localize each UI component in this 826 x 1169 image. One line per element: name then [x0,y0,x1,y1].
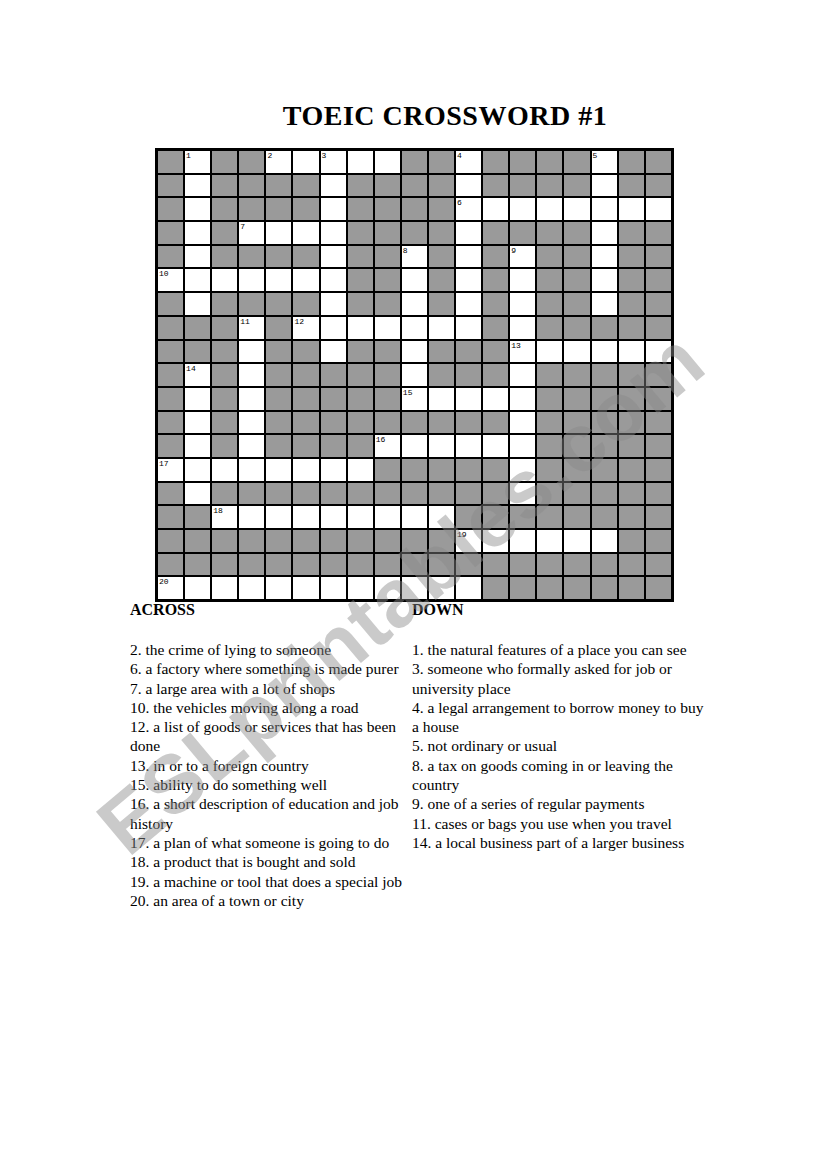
letter-cell[interactable] [564,341,589,363]
block-cell [158,506,183,528]
block-cell [592,388,617,410]
block-cell [348,530,373,552]
across-clues-section: ACROSS 2. the crime of lying to someone6… [130,601,420,910]
block-cell [158,483,183,505]
letter-cell[interactable] [185,459,210,481]
block-cell [429,530,454,552]
block-cell [429,151,454,173]
letter-cell[interactable] [348,506,373,528]
crossword-board: 1234567891011121314151617181920 [155,148,674,602]
block-cell [321,364,346,386]
block-cell [564,506,589,528]
block-cell [564,577,589,599]
letter-cell[interactable] [375,506,400,528]
letter-cell[interactable] [456,269,481,291]
block-cell [483,246,508,268]
block-cell [375,175,400,197]
letter-cell[interactable] [321,317,346,339]
letter-cell[interactable] [402,293,427,315]
block-cell [375,554,400,576]
block-cell [158,246,183,268]
letter-cell[interactable] [348,317,373,339]
letter-cell[interactable] [266,269,291,291]
letter-cell[interactable] [483,198,508,220]
letter-cell[interactable] [185,483,210,505]
letter-cell[interactable] [429,388,454,410]
letter-cell[interactable] [185,293,210,315]
block-cell [239,554,264,576]
letter-cell[interactable] [239,341,264,363]
letter-cell[interactable] [321,269,346,291]
block-cell [158,175,183,197]
block-cell [239,198,264,220]
block-cell [429,246,454,268]
letter-cell[interactable]: 2 [266,151,291,173]
across-header: ACROSS [130,601,420,619]
letter-cell[interactable] [456,222,481,244]
block-cell [239,530,264,552]
letter-cell[interactable] [185,175,210,197]
block-cell [402,175,427,197]
block-cell [266,341,291,363]
letter-cell[interactable]: 18 [212,506,237,528]
letter-cell[interactable] [592,246,617,268]
block-cell [619,435,644,457]
block-cell [619,317,644,339]
block-cell [212,530,237,552]
block-cell [564,246,589,268]
letter-cell[interactable] [185,269,210,291]
block-cell [483,341,508,363]
letter-cell[interactable] [510,483,535,505]
block-cell [592,317,617,339]
block-cell [619,506,644,528]
block-cell [592,412,617,434]
block-cell [321,412,346,434]
letter-cell[interactable] [619,341,644,363]
letter-cell[interactable] [266,459,291,481]
letter-cell[interactable] [348,577,373,599]
block-cell [239,151,264,173]
letter-cell[interactable] [592,198,617,220]
block-cell [239,293,264,315]
block-cell [483,412,508,434]
letter-cell[interactable] [185,198,210,220]
block-cell [483,151,508,173]
block-cell [375,293,400,315]
block-cell [158,293,183,315]
letter-cell[interactable] [239,412,264,434]
letter-cell[interactable] [646,341,671,363]
block-cell [293,175,318,197]
block-cell [158,554,183,576]
letter-cell[interactable] [375,317,400,339]
letter-cell[interactable] [592,222,617,244]
block-cell [348,412,373,434]
letter-cell[interactable] [483,388,508,410]
block-cell [212,175,237,197]
block-cell [212,412,237,434]
block-cell [564,364,589,386]
block-cell [321,435,346,457]
letter-cell[interactable] [456,577,481,599]
block-cell [348,246,373,268]
block-cell [375,364,400,386]
clue-item: 13. in or to a foreign country [130,756,420,775]
block-cell [564,554,589,576]
block-cell [375,530,400,552]
block-cell [158,388,183,410]
letter-cell[interactable] [592,530,617,552]
block-cell [537,483,562,505]
letter-cell[interactable] [239,364,264,386]
block-cell [185,341,210,363]
block-cell [483,459,508,481]
block-cell [483,506,508,528]
letter-cell[interactable] [456,246,481,268]
letter-cell[interactable] [293,577,318,599]
letter-cell[interactable] [185,222,210,244]
block-cell [348,269,373,291]
block-cell [537,388,562,410]
block-cell [592,435,617,457]
block-cell [266,293,291,315]
block-cell [212,293,237,315]
letter-cell[interactable] [375,577,400,599]
clue-number: 19 [457,530,467,539]
block-cell [564,175,589,197]
letter-cell[interactable] [402,269,427,291]
letter-cell[interactable] [510,412,535,434]
block-cell [429,293,454,315]
letter-cell[interactable] [321,506,346,528]
block-cell [456,506,481,528]
clue-number: 5 [593,151,598,160]
letter-cell[interactable] [293,269,318,291]
block-cell [212,341,237,363]
block-cell [456,554,481,576]
block-cell [483,364,508,386]
block-cell [375,198,400,220]
letter-cell[interactable] [266,506,291,528]
letter-cell[interactable] [429,506,454,528]
block-cell [239,483,264,505]
letter-cell[interactable] [429,435,454,457]
letter-cell[interactable]: 14 [185,364,210,386]
letter-cell[interactable]: 12 [293,317,318,339]
block-cell [510,577,535,599]
block-cell [239,246,264,268]
clue-item: 8. a tax on goods coming in or leaving t… [412,756,714,795]
letter-cell[interactable] [212,459,237,481]
block-cell [564,151,589,173]
block-cell [537,151,562,173]
clue-item: 7. a large area with a lot of shops [130,679,420,698]
letter-cell[interactable] [239,269,264,291]
clue-number: 16 [376,435,386,444]
letter-cell[interactable] [564,530,589,552]
letter-cell[interactable] [239,388,264,410]
block-cell [348,175,373,197]
letter-cell[interactable] [510,364,535,386]
block-cell [646,459,671,481]
letter-cell[interactable]: 4 [456,151,481,173]
letter-cell[interactable] [456,293,481,315]
letter-cell[interactable] [564,198,589,220]
letter-cell[interactable] [510,459,535,481]
letter-cell[interactable] [375,151,400,173]
letter-cell[interactable] [348,151,373,173]
letter-cell[interactable]: 11 [239,317,264,339]
clue-number: 15 [403,388,413,397]
block-cell [158,435,183,457]
down-header: DOWN [412,601,714,619]
block-cell [646,483,671,505]
letter-cell[interactable] [321,293,346,315]
block-cell [321,554,346,576]
block-cell [212,388,237,410]
letter-cell[interactable] [456,435,481,457]
block-cell [483,317,508,339]
letter-cell[interactable] [239,506,264,528]
letter-cell[interactable] [266,577,291,599]
block-cell [266,554,291,576]
letter-cell[interactable] [510,530,535,552]
block-cell [321,388,346,410]
block-cell [510,222,535,244]
clue-number: 12 [294,317,304,326]
letter-cell[interactable]: 13 [510,341,535,363]
letter-cell[interactable] [293,459,318,481]
block-cell [293,530,318,552]
block-cell [375,459,400,481]
letter-cell[interactable] [293,222,318,244]
letter-cell[interactable] [510,435,535,457]
letter-cell[interactable] [510,198,535,220]
block-cell [537,506,562,528]
letter-cell[interactable] [456,175,481,197]
letter-cell[interactable] [456,388,481,410]
block-cell [619,222,644,244]
clue-number: 13 [511,341,521,350]
clue-item: 9. one of a series of regular payments [412,794,714,813]
letter-cell[interactable] [185,577,210,599]
letter-cell[interactable] [185,246,210,268]
block-cell [266,435,291,457]
letter-cell[interactable] [212,269,237,291]
letter-cell[interactable] [185,388,210,410]
letter-cell[interactable] [321,459,346,481]
block-cell [348,293,373,315]
clue-item: 18. a product that is bought and sold [130,852,420,871]
letter-cell[interactable]: 5 [592,151,617,173]
clue-number: 8 [403,246,408,255]
block-cell [564,222,589,244]
letter-cell[interactable] [321,198,346,220]
block-cell [348,364,373,386]
block-cell [564,435,589,457]
letter-cell[interactable] [321,222,346,244]
letter-cell[interactable]: 20 [158,577,183,599]
letter-cell[interactable]: 9 [510,246,535,268]
block-cell [592,364,617,386]
letter-cell[interactable] [592,269,617,291]
block-cell [537,175,562,197]
block-cell [537,246,562,268]
clue-number: 6 [457,198,462,207]
block-cell [429,554,454,576]
letter-cell[interactable] [510,317,535,339]
block-cell [375,222,400,244]
block-cell [212,317,237,339]
letter-cell[interactable]: 16 [375,435,400,457]
letter-cell[interactable]: 6 [456,198,481,220]
block-cell [646,435,671,457]
block-cell [293,341,318,363]
letter-cell[interactable] [456,317,481,339]
letter-cell[interactable] [402,506,427,528]
block-cell [619,530,644,552]
block-cell [537,222,562,244]
block-cell [646,222,671,244]
block-cell [646,246,671,268]
letter-cell[interactable]: 1 [185,151,210,173]
letter-cell[interactable] [592,175,617,197]
block-cell [212,483,237,505]
block-cell [185,317,210,339]
clue-number: 10 [159,269,169,278]
block-cell [158,198,183,220]
block-cell [429,483,454,505]
letter-cell[interactable] [293,506,318,528]
block-cell [483,577,508,599]
block-cell [158,530,183,552]
letter-cell[interactable] [239,435,264,457]
block-cell [293,435,318,457]
block-cell [619,246,644,268]
letter-cell[interactable] [483,530,508,552]
block-cell [619,483,644,505]
block-cell [212,198,237,220]
clue-number: 3 [322,151,327,160]
letter-cell[interactable] [321,175,346,197]
letter-cell[interactable] [402,364,427,386]
clue-item: 2. the crime of lying to someone [130,640,420,659]
block-cell [646,506,671,528]
letter-cell[interactable] [429,577,454,599]
clue-number: 11 [240,317,250,326]
across-clue-list: 2. the crime of lying to someone6. a fac… [130,640,420,910]
block-cell [429,459,454,481]
block-cell [537,317,562,339]
clue-number: 20 [159,577,169,586]
block-cell [375,412,400,434]
block-cell [619,388,644,410]
letter-cell[interactable] [592,341,617,363]
letter-cell[interactable]: 3 [321,151,346,173]
letter-cell[interactable] [293,151,318,173]
block-cell [483,269,508,291]
block-cell [375,341,400,363]
letter-cell[interactable] [510,293,535,315]
letter-cell[interactable] [537,341,562,363]
letter-cell[interactable]: 10 [158,269,183,291]
block-cell [619,293,644,315]
letter-cell[interactable] [321,577,346,599]
page-title: TOEIC CROSSWORD #1 [64,100,826,132]
block-cell [293,246,318,268]
letter-cell[interactable] [402,577,427,599]
letter-cell[interactable] [537,530,562,552]
letter-cell[interactable] [510,269,535,291]
letter-cell[interactable] [619,198,644,220]
block-cell [402,483,427,505]
letter-cell[interactable] [348,459,373,481]
block-cell [592,577,617,599]
letter-cell[interactable] [646,198,671,220]
block-cell [646,577,671,599]
letter-cell[interactable]: 7 [239,222,264,244]
letter-cell[interactable] [537,198,562,220]
block-cell [321,483,346,505]
letter-cell[interactable] [429,317,454,339]
block-cell [402,530,427,552]
letter-cell[interactable]: 17 [158,459,183,481]
block-cell [185,506,210,528]
letter-cell[interactable] [239,577,264,599]
block-cell [293,293,318,315]
letter-cell[interactable] [239,459,264,481]
block-cell [646,269,671,291]
block-cell [158,364,183,386]
block-cell [619,459,644,481]
letter-cell[interactable] [185,412,210,434]
letter-cell[interactable]: 19 [456,530,481,552]
block-cell [266,388,291,410]
letter-cell[interactable] [402,341,427,363]
block-cell [483,554,508,576]
block-cell [456,412,481,434]
block-cell [266,317,291,339]
letter-cell[interactable] [402,435,427,457]
letter-cell[interactable] [321,246,346,268]
clue-number: 14 [186,364,196,373]
clue-item: 1. the natural features of a place you c… [412,640,714,659]
letter-cell[interactable] [402,317,427,339]
block-cell [158,341,183,363]
letter-cell[interactable] [212,577,237,599]
block-cell [510,175,535,197]
block-cell [510,506,535,528]
letter-cell[interactable]: 15 [402,388,427,410]
letter-cell[interactable] [321,341,346,363]
block-cell [266,483,291,505]
block-cell [619,412,644,434]
letter-cell[interactable] [483,435,508,457]
letter-cell[interactable] [266,222,291,244]
clue-item: 15. ability to do something well [130,775,420,794]
letter-cell[interactable] [185,435,210,457]
block-cell [456,483,481,505]
block-cell [646,293,671,315]
block-cell [483,293,508,315]
block-cell [646,151,671,173]
block-cell [158,412,183,434]
letter-cell[interactable] [510,388,535,410]
block-cell [185,530,210,552]
letter-cell[interactable] [592,293,617,315]
letter-cell[interactable]: 8 [402,246,427,268]
